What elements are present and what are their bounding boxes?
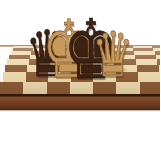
chessboard-product-photo: ♛♚♚♛ [0, 0, 160, 160]
square-g1[interactable] [140, 82, 161, 94]
square-h3[interactable] [159, 65, 160, 72]
square-a3[interactable] [5, 65, 27, 72]
square-a2[interactable] [3, 72, 26, 81]
white-queen-piece[interactable]: ♛ [92, 24, 134, 86]
square-g2[interactable] [138, 72, 160, 81]
square-a1[interactable] [0, 82, 23, 94]
square-g3[interactable] [137, 65, 159, 72]
